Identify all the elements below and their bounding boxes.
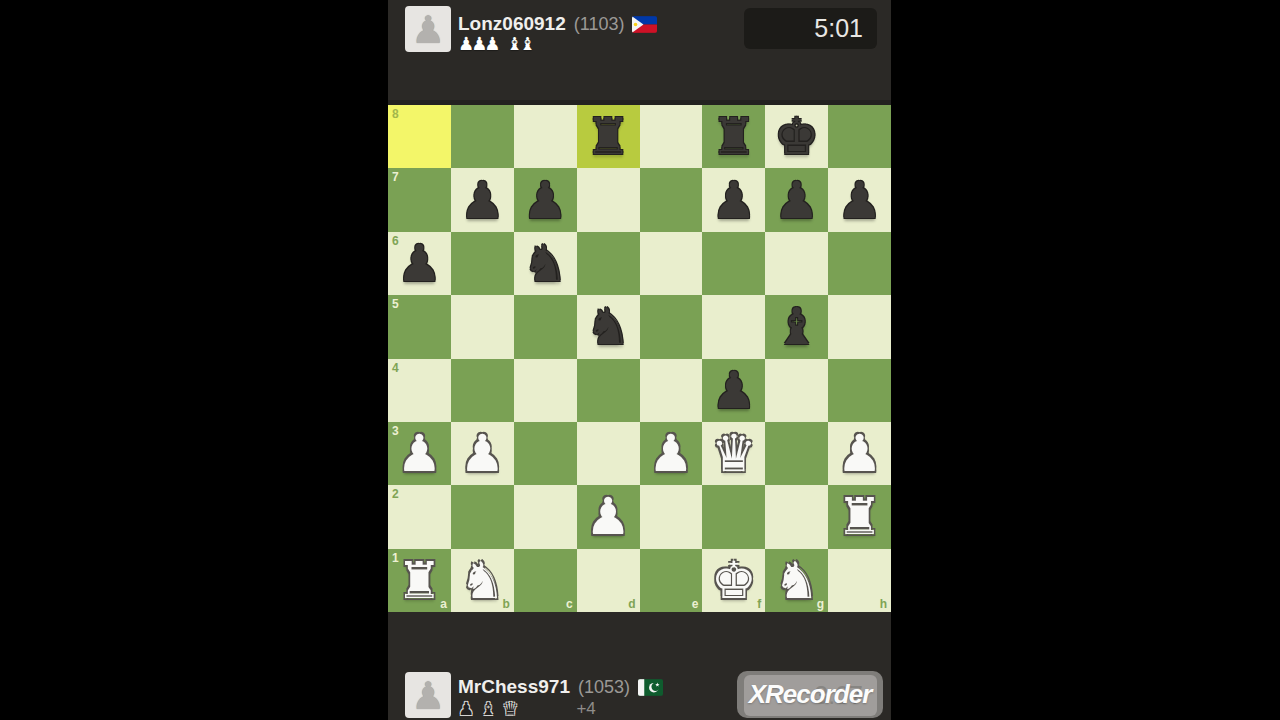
square-f8[interactable]: ♜ xyxy=(702,105,765,168)
square-f1[interactable]: f♚ xyxy=(702,549,765,612)
square-g5[interactable]: ♝ xyxy=(765,295,828,358)
piece-black-bishop[interactable]: ♝ xyxy=(765,295,828,358)
piece-black-king[interactable]: ♚ xyxy=(765,105,828,168)
square-h3[interactable]: ♟ xyxy=(828,422,891,485)
philippines-flag-icon xyxy=(632,16,657,33)
letterbox-left xyxy=(0,0,388,720)
square-b4[interactable] xyxy=(451,359,514,422)
piece-black-pawn[interactable]: ♟ xyxy=(514,168,577,231)
letterbox-right xyxy=(891,0,1280,720)
square-e6[interactable] xyxy=(640,232,703,295)
bottom-player-name-line: MrChess971 (1053) xyxy=(458,676,663,698)
captured-white-bishops-icon: ♝♝ xyxy=(506,35,532,53)
rank-label-4: 4 xyxy=(392,361,399,375)
square-e1[interactable]: e xyxy=(640,549,703,612)
rank-label-2: 2 xyxy=(392,487,399,501)
piece-white-rook[interactable]: ♜ xyxy=(388,549,451,612)
piece-black-rook[interactable]: ♜ xyxy=(702,105,765,168)
square-d8[interactable]: ♜ xyxy=(577,105,640,168)
square-c3[interactable] xyxy=(514,422,577,485)
chess-board[interactable]: 8♜♜♚7♟♟♟♟♟6♟♞5♞♝4♟3♟♟♟♛♟2♟♜1a♜b♞cdef♚g♞h xyxy=(388,105,891,612)
video-area: ♟ Lonz060912 (1103) ♟♟♟♝♝ 5:01 8♜♜♚7♟♟♟♟… xyxy=(388,0,891,720)
square-a3[interactable]: 3♟ xyxy=(388,422,451,485)
square-f5[interactable] xyxy=(702,295,765,358)
square-e3[interactable]: ♟ xyxy=(640,422,703,485)
piece-black-pawn[interactable]: ♟ xyxy=(388,232,451,295)
bottom-player-captured: ♟♝♛+4 xyxy=(458,699,596,719)
square-g8[interactable]: ♚ xyxy=(765,105,828,168)
piece-black-pawn[interactable]: ♟ xyxy=(828,168,891,231)
piece-white-rook[interactable]: ♜ xyxy=(828,485,891,548)
square-f3[interactable]: ♛ xyxy=(702,422,765,485)
square-c5[interactable] xyxy=(514,295,577,358)
file-label-e: e xyxy=(692,597,699,611)
square-h2[interactable]: ♜ xyxy=(828,485,891,548)
square-g4[interactable] xyxy=(765,359,828,422)
square-g6[interactable] xyxy=(765,232,828,295)
square-c8[interactable] xyxy=(514,105,577,168)
square-g3[interactable] xyxy=(765,422,828,485)
square-b8[interactable] xyxy=(451,105,514,168)
piece-white-knight[interactable]: ♞ xyxy=(765,549,828,612)
square-f2[interactable] xyxy=(702,485,765,548)
pakistan-flag-icon xyxy=(638,679,663,696)
square-h1[interactable]: h xyxy=(828,549,891,612)
piece-white-pawn[interactable]: ♟ xyxy=(828,422,891,485)
avatar-pawn-icon: ♟ xyxy=(411,8,445,52)
rank-label-7: 7 xyxy=(392,170,399,184)
square-b5[interactable] xyxy=(451,295,514,358)
piece-black-rook[interactable]: ♜ xyxy=(577,105,640,168)
square-d2[interactable]: ♟ xyxy=(577,485,640,548)
top-player-avatar[interactable]: ♟ xyxy=(405,6,451,52)
square-h4[interactable] xyxy=(828,359,891,422)
square-b7[interactable]: ♟ xyxy=(451,168,514,231)
top-player-captured: ♟♟♟♝♝ xyxy=(458,35,533,53)
square-f6[interactable] xyxy=(702,232,765,295)
square-b3[interactable]: ♟ xyxy=(451,422,514,485)
square-d3[interactable] xyxy=(577,422,640,485)
square-g1[interactable]: g♞ xyxy=(765,549,828,612)
rank-label-8: 8 xyxy=(392,107,399,121)
piece-white-knight[interactable]: ♞ xyxy=(451,549,514,612)
square-e2[interactable] xyxy=(640,485,703,548)
square-a5[interactable]: 5 xyxy=(388,295,451,358)
file-label-h: h xyxy=(880,597,887,611)
piece-black-pawn[interactable]: ♟ xyxy=(451,168,514,231)
square-h7[interactable]: ♟ xyxy=(828,168,891,231)
square-d6[interactable] xyxy=(577,232,640,295)
square-d7[interactable] xyxy=(577,168,640,231)
avatar-pawn-icon: ♟ xyxy=(411,674,445,718)
piece-white-pawn[interactable]: ♟ xyxy=(388,422,451,485)
square-e8[interactable] xyxy=(640,105,703,168)
xrecorder-watermark-label: XRecorder xyxy=(749,679,872,710)
square-b2[interactable] xyxy=(451,485,514,548)
captured-black-bishops-icon: ♝ xyxy=(480,700,493,718)
square-a4[interactable]: 4 xyxy=(388,359,451,422)
square-c4[interactable] xyxy=(514,359,577,422)
square-g7[interactable]: ♟ xyxy=(765,168,828,231)
piece-black-knight[interactable]: ♞ xyxy=(514,232,577,295)
square-h8[interactable] xyxy=(828,105,891,168)
piece-black-pawn[interactable]: ♟ xyxy=(702,359,765,422)
square-e7[interactable] xyxy=(640,168,703,231)
square-c1[interactable]: c xyxy=(514,549,577,612)
captured-black-pawns-icon: ♟ xyxy=(458,700,471,718)
square-c2[interactable] xyxy=(514,485,577,548)
square-b6[interactable] xyxy=(451,232,514,295)
top-player-clock: 5:01 xyxy=(744,8,877,49)
top-player-rating: (1103) xyxy=(574,14,625,35)
square-a2[interactable]: 2 xyxy=(388,485,451,548)
top-player-name-line: Lonz060912 (1103) xyxy=(458,13,657,35)
captured-white-pawns-icon: ♟♟♟ xyxy=(458,35,497,53)
piece-white-pawn[interactable]: ♟ xyxy=(640,422,703,485)
file-label-c: c xyxy=(566,597,573,611)
piece-black-pawn[interactable]: ♟ xyxy=(702,168,765,231)
square-h6[interactable] xyxy=(828,232,891,295)
piece-white-queen[interactable]: ♛ xyxy=(702,422,765,485)
bottom-player-avatar[interactable]: ♟ xyxy=(405,672,451,718)
material-advantage: +4 xyxy=(576,699,595,719)
rank-label-5: 5 xyxy=(392,297,399,311)
square-d4[interactable] xyxy=(577,359,640,422)
square-c6[interactable]: ♞ xyxy=(514,232,577,295)
square-a8[interactable]: 8 xyxy=(388,105,451,168)
square-c7[interactable]: ♟ xyxy=(514,168,577,231)
bottom-player-rating: (1053) xyxy=(578,677,630,698)
square-a1[interactable]: 1a♜ xyxy=(388,549,451,612)
piece-black-pawn[interactable]: ♟ xyxy=(765,168,828,231)
piece-white-king[interactable]: ♚ xyxy=(702,549,765,612)
square-b1[interactable]: b♞ xyxy=(451,549,514,612)
piece-white-pawn[interactable]: ♟ xyxy=(577,485,640,548)
piece-white-pawn[interactable]: ♟ xyxy=(451,422,514,485)
xrecorder-watermark: XRecorder xyxy=(737,671,883,718)
square-f7[interactable]: ♟ xyxy=(702,168,765,231)
square-f4[interactable]: ♟ xyxy=(702,359,765,422)
bottom-player-name: MrChess971 xyxy=(458,676,570,698)
top-player-name: Lonz060912 xyxy=(458,13,566,35)
square-g2[interactable] xyxy=(765,485,828,548)
file-label-d: d xyxy=(628,597,635,611)
square-d5[interactable]: ♞ xyxy=(577,295,640,358)
square-a7[interactable]: 7 xyxy=(388,168,451,231)
square-e4[interactable] xyxy=(640,359,703,422)
square-h5[interactable] xyxy=(828,295,891,358)
piece-black-knight[interactable]: ♞ xyxy=(577,295,640,358)
square-d1[interactable]: d xyxy=(577,549,640,612)
square-e5[interactable] xyxy=(640,295,703,358)
square-a6[interactable]: 6♟ xyxy=(388,232,451,295)
captured-black-queens-icon: ♛ xyxy=(502,700,515,718)
